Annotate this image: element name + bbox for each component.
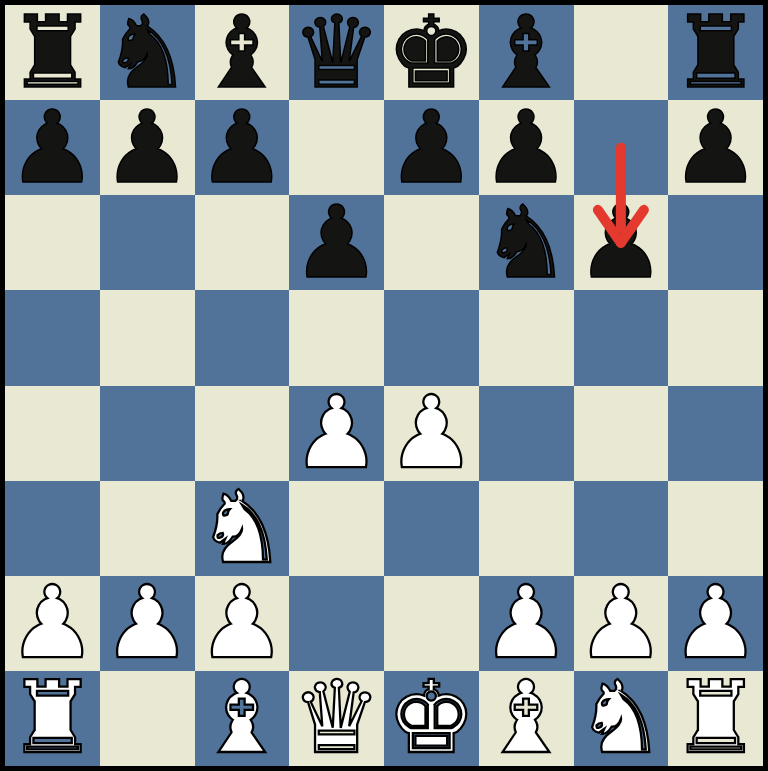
piece-white-pawn: ♟ [671,576,761,671]
square-h2[interactable]: ♟ [668,576,763,671]
square-d2[interactable] [289,576,384,671]
square-c1[interactable]: ♝ [195,671,290,766]
square-b8[interactable]: ♞ [100,5,195,100]
square-h5[interactable] [668,290,763,385]
square-e4[interactable]: ♟ [384,386,479,481]
square-c3[interactable]: ♞ [195,481,290,576]
square-g8[interactable] [574,5,669,100]
square-e6[interactable] [384,195,479,290]
square-d5[interactable] [289,290,384,385]
piece-white-king: ♚ [387,671,477,766]
piece-black-pawn: ♟ [292,195,382,290]
square-g5[interactable] [574,290,669,385]
square-c4[interactable] [195,386,290,481]
square-f8[interactable]: ♝ [479,5,574,100]
square-b6[interactable] [100,195,195,290]
square-b5[interactable] [100,290,195,385]
square-d7[interactable] [289,100,384,195]
piece-black-pawn: ♟ [671,100,761,195]
square-g7[interactable] [574,100,669,195]
chess-board-frame: ♜♞♝♛♚♝♜♟♟♟♟♟♟♟♞♟♟♟♞♟♟♟♟♟♟♜♝♛♚♝♞♜ [0,0,768,771]
piece-white-pawn: ♟ [8,576,98,671]
piece-white-pawn: ♟ [481,576,571,671]
piece-white-rook: ♜ [671,671,761,766]
piece-black-king: ♚ [387,5,477,100]
square-e5[interactable] [384,290,479,385]
square-f4[interactable] [479,386,574,481]
square-b7[interactable]: ♟ [100,100,195,195]
piece-white-pawn: ♟ [292,386,382,481]
piece-white-queen: ♛ [292,671,382,766]
square-a4[interactable] [5,386,100,481]
piece-black-bishop: ♝ [197,5,287,100]
square-a2[interactable]: ♟ [5,576,100,671]
square-d8[interactable]: ♛ [289,5,384,100]
square-a8[interactable]: ♜ [5,5,100,100]
square-e3[interactable] [384,481,479,576]
square-f6[interactable]: ♞ [479,195,574,290]
square-e2[interactable] [384,576,479,671]
square-h8[interactable]: ♜ [668,5,763,100]
square-b1[interactable] [100,671,195,766]
chess-board: ♜♞♝♛♚♝♜♟♟♟♟♟♟♟♞♟♟♟♞♟♟♟♟♟♟♜♝♛♚♝♞♜ [5,5,763,766]
piece-white-pawn: ♟ [387,386,477,481]
piece-black-queen: ♛ [292,5,382,100]
square-c7[interactable]: ♟ [195,100,290,195]
piece-white-knight: ♞ [576,671,666,766]
square-b3[interactable] [100,481,195,576]
square-e1[interactable]: ♚ [384,671,479,766]
square-a5[interactable] [5,290,100,385]
square-f3[interactable] [479,481,574,576]
piece-black-pawn: ♟ [8,100,98,195]
piece-black-pawn: ♟ [102,100,192,195]
square-h7[interactable]: ♟ [668,100,763,195]
piece-white-pawn: ♟ [197,576,287,671]
square-f5[interactable] [479,290,574,385]
piece-black-bishop: ♝ [481,5,571,100]
square-f2[interactable]: ♟ [479,576,574,671]
square-a1[interactable]: ♜ [5,671,100,766]
square-h4[interactable] [668,386,763,481]
piece-white-bishop: ♝ [197,671,287,766]
piece-white-bishop: ♝ [481,671,571,766]
square-e8[interactable]: ♚ [384,5,479,100]
piece-white-rook: ♜ [8,671,98,766]
piece-black-rook: ♜ [671,5,761,100]
square-d1[interactable]: ♛ [289,671,384,766]
square-b4[interactable] [100,386,195,481]
square-g6[interactable]: ♟ [574,195,669,290]
square-a6[interactable] [5,195,100,290]
square-c8[interactable]: ♝ [195,5,290,100]
piece-black-knight: ♞ [481,195,571,290]
piece-black-knight: ♞ [102,5,192,100]
square-d3[interactable] [289,481,384,576]
piece-black-pawn: ♟ [576,195,666,290]
square-c5[interactable] [195,290,290,385]
piece-black-pawn: ♟ [197,100,287,195]
piece-white-pawn: ♟ [102,576,192,671]
square-g4[interactable] [574,386,669,481]
square-d6[interactable]: ♟ [289,195,384,290]
square-h1[interactable]: ♜ [668,671,763,766]
square-g1[interactable]: ♞ [574,671,669,766]
square-c6[interactable] [195,195,290,290]
square-f7[interactable]: ♟ [479,100,574,195]
square-c2[interactable]: ♟ [195,576,290,671]
square-f1[interactable]: ♝ [479,671,574,766]
square-d4[interactable]: ♟ [289,386,384,481]
piece-black-pawn: ♟ [481,100,571,195]
piece-white-pawn: ♟ [576,576,666,671]
piece-white-knight: ♞ [197,481,287,576]
square-e7[interactable]: ♟ [384,100,479,195]
square-b2[interactable]: ♟ [100,576,195,671]
square-h6[interactable] [668,195,763,290]
piece-black-rook: ♜ [8,5,98,100]
piece-black-pawn: ♟ [387,100,477,195]
square-g3[interactable] [574,481,669,576]
square-a3[interactable] [5,481,100,576]
square-g2[interactable]: ♟ [574,576,669,671]
square-h3[interactable] [668,481,763,576]
square-a7[interactable]: ♟ [5,100,100,195]
